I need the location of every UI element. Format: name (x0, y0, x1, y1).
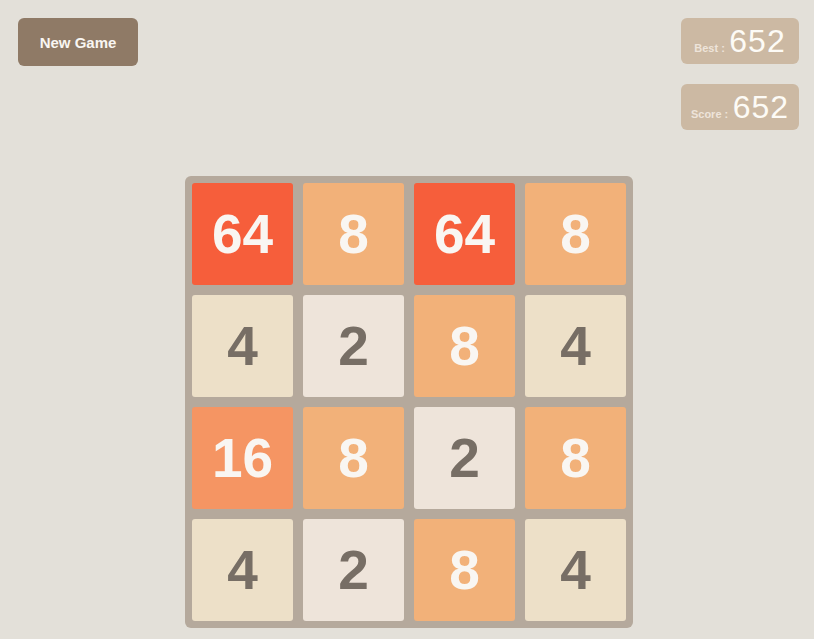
best-value: 652 (729, 23, 785, 59)
tile-r4c1: 4 (192, 519, 293, 621)
score-value: 652 (733, 89, 789, 125)
current-score-badge: Score : 652 (681, 84, 799, 130)
tile-r2c4: 4 (525, 295, 626, 397)
best-score-badge: Best : 652 (681, 18, 799, 64)
tile-r4c2: 2 (303, 519, 404, 621)
score-label: Score : (691, 108, 728, 120)
tile-r4c4: 4 (525, 519, 626, 621)
best-label: Best : (694, 42, 725, 54)
tile-r3c3: 2 (414, 407, 515, 509)
tile-r2c2: 2 (303, 295, 404, 397)
tile-r3c1: 16 (192, 407, 293, 509)
tile-r1c1: 64 (192, 183, 293, 285)
tile-r2c3: 8 (414, 295, 515, 397)
tile-r1c2: 8 (303, 183, 404, 285)
tile-r1c4: 8 (525, 183, 626, 285)
tile-r4c3: 8 (414, 519, 515, 621)
tile-r3c2: 8 (303, 407, 404, 509)
best-score-text: Best : 652 (694, 23, 785, 60)
new-game-button[interactable]: New Game (18, 18, 138, 66)
tile-r2c1: 4 (192, 295, 293, 397)
tile-r3c4: 8 (525, 407, 626, 509)
tile-r1c3: 64 (414, 183, 515, 285)
board-grid[interactable]: 6486484284168284284 (185, 176, 633, 628)
current-score-text: Score : 652 (691, 89, 789, 126)
